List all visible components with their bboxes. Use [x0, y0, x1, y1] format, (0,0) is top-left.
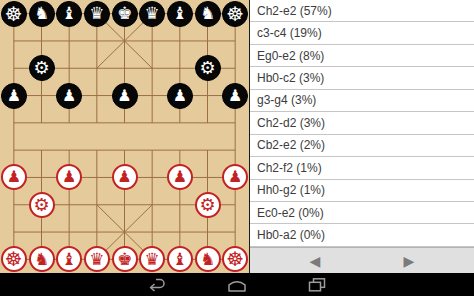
- piece-red-horse[interactable]: ♞: [195, 246, 221, 272]
- move-list-item[interactable]: Hh0-g2 (1%): [250, 180, 474, 202]
- piece-black-horse[interactable]: ♞: [29, 1, 55, 27]
- move-list-item[interactable]: Eg0-e2 (8%): [250, 45, 474, 67]
- piece-red-advisor[interactable]: ♛: [84, 246, 110, 272]
- move-list[interactable]: Ch2-e2 (57%)c3-c4 (19%)Eg0-e2 (8%)Hb0-c2…: [250, 0, 474, 247]
- pager-bar: ◀ ▶: [250, 247, 474, 273]
- recents-icon: [306, 277, 328, 293]
- move-list-item[interactable]: g3-g4 (3%): [250, 90, 474, 112]
- move-list-item[interactable]: Hb0-c2 (3%): [250, 67, 474, 89]
- piece-red-soldier[interactable]: ♟: [112, 164, 138, 190]
- piece-black-soldier[interactable]: ♟: [1, 83, 27, 109]
- right-arrow-icon: ▶: [404, 253, 415, 269]
- piece-red-chariot[interactable]: ☸: [1, 246, 27, 272]
- piece-black-soldier[interactable]: ♟: [56, 83, 82, 109]
- android-navigation-bar: [0, 273, 474, 296]
- left-arrow-icon: ◀: [310, 253, 321, 269]
- move-list-item[interactable]: c3-c4 (19%): [250, 22, 474, 44]
- back-icon: [146, 277, 168, 293]
- home-icon: [226, 277, 248, 293]
- piece-black-general[interactable]: ♚: [112, 1, 138, 27]
- piece-black-soldier[interactable]: ♟: [112, 83, 138, 109]
- piece-black-soldier[interactable]: ♟: [222, 83, 248, 109]
- piece-black-chariot[interactable]: ☸: [222, 1, 248, 27]
- piece-black-cannon[interactable]: ⚙: [29, 55, 55, 81]
- piece-black-horse[interactable]: ♞: [195, 1, 221, 27]
- back-button[interactable]: [146, 277, 168, 293]
- next-page-button[interactable]: ▶: [394, 254, 424, 268]
- move-list-item[interactable]: Ch2-d2 (3%): [250, 112, 474, 134]
- move-list-item[interactable]: Ec0-e2 (0%): [250, 202, 474, 224]
- piece-black-soldier[interactable]: ♟: [167, 83, 193, 109]
- piece-black-cannon[interactable]: ⚙: [195, 55, 221, 81]
- move-list-item[interactable]: Hb0-a2 (0%): [250, 224, 474, 246]
- piece-red-horse[interactable]: ♞: [29, 246, 55, 272]
- piece-red-cannon[interactable]: ⚙: [195, 192, 221, 218]
- recents-button[interactable]: [306, 277, 328, 293]
- move-list-item[interactable]: Ch2-e2 (57%): [250, 0, 474, 22]
- piece-black-advisor[interactable]: ♛: [84, 1, 110, 27]
- board-grid: [0, 0, 249, 273]
- piece-red-general[interactable]: ♚: [112, 246, 138, 272]
- piece-black-chariot[interactable]: ☸: [1, 1, 27, 27]
- piece-red-elephant[interactable]: ♝: [167, 246, 193, 272]
- piece-black-elephant[interactable]: ♝: [167, 1, 193, 27]
- home-button[interactable]: [226, 277, 248, 293]
- piece-black-advisor[interactable]: ♛: [139, 1, 165, 27]
- move-list-item[interactable]: Cb2-e2 (2%): [250, 135, 474, 157]
- move-list-item[interactable]: Ch2-f2 (1%): [250, 157, 474, 179]
- prev-page-button[interactable]: ◀: [300, 254, 330, 268]
- piece-red-cannon[interactable]: ⚙: [29, 192, 55, 218]
- xiangqi-board[interactable]: ☸♞♝♛♚♛♝♞☸⚙⚙♟♟♟♟♟☸♞♝♛♚♛♝♞☸⚙⚙♟♟♟♟♟: [0, 0, 250, 273]
- piece-black-elephant[interactable]: ♝: [56, 1, 82, 27]
- app-screen: ☸♞♝♛♚♛♝♞☸⚙⚙♟♟♟♟♟☸♞♝♛♚♛♝♞☸⚙⚙♟♟♟♟♟ Ch2-e2 …: [0, 0, 474, 296]
